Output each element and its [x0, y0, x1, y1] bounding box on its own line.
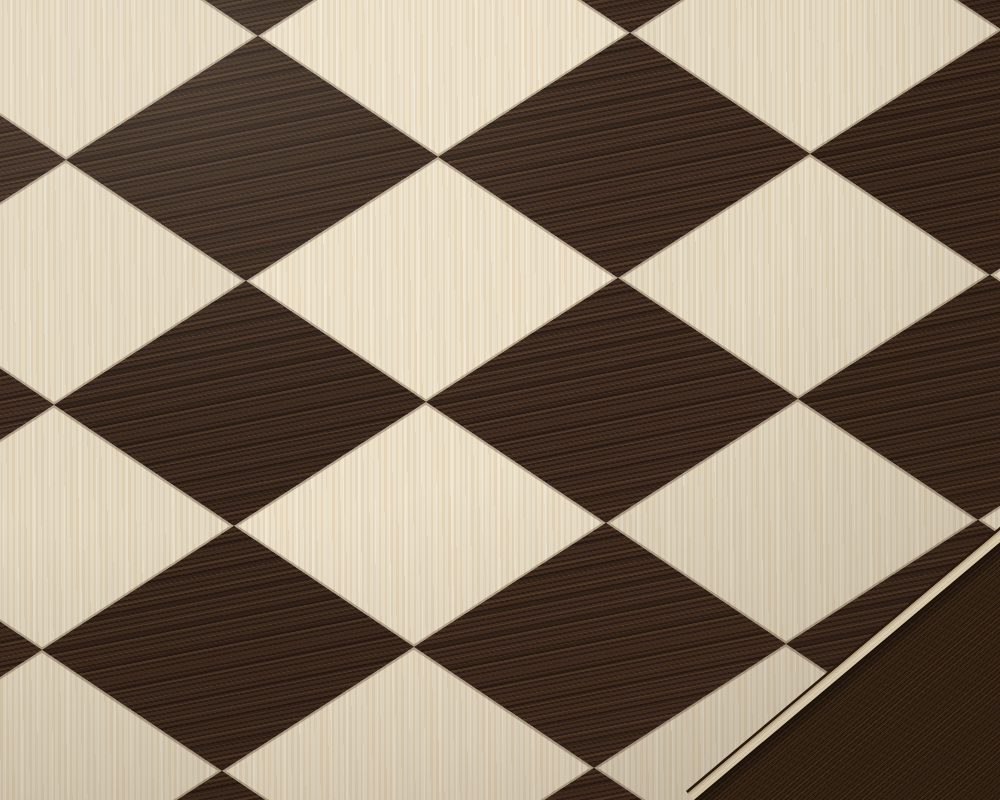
chessboard-photo-scene — [0, 0, 1000, 800]
photo-layer — [0, 0, 1000, 800]
